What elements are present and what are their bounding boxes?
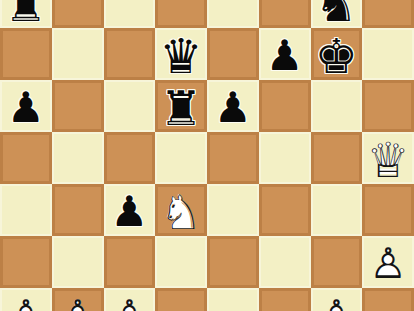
square-b7[interactable] [52,28,104,80]
square-d6[interactable]: ♜ [155,80,207,132]
black-pawn-icon: ♟ [259,30,311,82]
white-pawn-icon: ♙ [104,290,156,311]
square-d3[interactable] [155,236,207,288]
square-h8[interactable] [362,0,414,28]
square-h5[interactable]: ♛♕ [362,132,414,184]
square-g2[interactable]: ♟♙ [311,288,363,311]
square-d7[interactable]: ♛ [155,28,207,80]
square-h6[interactable] [362,80,414,132]
square-h3[interactable]: ♟♙ [362,236,414,288]
square-f7[interactable]: ♟ [259,28,311,80]
square-c3[interactable] [104,236,156,288]
square-g8[interactable]: ♞ [311,0,363,28]
white-knight-icon: ♘ [155,186,207,238]
white-pawn-icon: ♙ [0,290,52,311]
square-c7[interactable] [104,28,156,80]
square-c4[interactable]: ♟ [104,184,156,236]
chess-board: ♜♞♛♟♚♟♜♟♛♕♟♞♘♟♙♟♙♟♙♟♙♟♙ [0,0,414,311]
square-f3[interactable] [259,236,311,288]
square-f2[interactable] [259,288,311,311]
square-c6[interactable] [104,80,156,132]
square-c2[interactable]: ♟♙ [104,288,156,311]
square-b2[interactable]: ♟♙ [52,288,104,311]
square-a5[interactable] [0,132,52,184]
black-rook-icon: ♜ [0,0,52,30]
white-queen-fill: ♛ [362,134,414,186]
chess-board-viewport: ♜♞♛♟♚♟♜♟♛♕♟♞♘♟♙♟♙♟♙♟♙♟♙ [0,0,414,311]
white-pawn-fill: ♟ [311,290,363,311]
square-a6[interactable]: ♟ [0,80,52,132]
square-g3[interactable] [311,236,363,288]
square-a3[interactable] [0,236,52,288]
black-rook-icon: ♜ [155,82,207,134]
black-pawn-icon: ♟ [0,82,52,134]
square-h2[interactable] [362,288,414,311]
square-f4[interactable] [259,184,311,236]
square-b4[interactable] [52,184,104,236]
square-e7[interactable] [207,28,259,80]
white-pawn-fill: ♟ [52,290,104,311]
square-d2[interactable] [155,288,207,311]
white-pawn-icon: ♙ [311,290,363,311]
white-queen-icon: ♕ [362,134,414,186]
black-pawn-icon: ♟ [104,186,156,238]
square-f5[interactable] [259,132,311,184]
square-c8[interactable] [104,0,156,28]
square-a8[interactable]: ♜ [0,0,52,28]
white-pawn-fill: ♟ [0,290,52,311]
square-f8[interactable] [259,0,311,28]
square-e3[interactable] [207,236,259,288]
square-e2[interactable] [207,288,259,311]
white-pawn-icon: ♙ [52,290,104,311]
square-g5[interactable] [311,132,363,184]
square-a2[interactable]: ♟♙ [0,288,52,311]
square-f6[interactable] [259,80,311,132]
square-g4[interactable] [311,184,363,236]
square-g7[interactable]: ♚ [311,28,363,80]
white-pawn-fill: ♟ [104,290,156,311]
square-e6[interactable]: ♟ [207,80,259,132]
square-h7[interactable] [362,28,414,80]
square-a7[interactable] [0,28,52,80]
black-knight-icon: ♞ [311,0,363,30]
black-pawn-icon: ♟ [207,82,259,134]
square-b5[interactable] [52,132,104,184]
white-knight-fill: ♞ [155,186,207,238]
square-c5[interactable] [104,132,156,184]
square-b8[interactable] [52,0,104,28]
square-e4[interactable] [207,184,259,236]
square-b6[interactable] [52,80,104,132]
square-b3[interactable] [52,236,104,288]
square-h4[interactable] [362,184,414,236]
square-a4[interactable] [0,184,52,236]
black-queen-icon: ♛ [155,30,207,82]
white-pawn-fill: ♟ [362,238,414,290]
white-pawn-icon: ♙ [362,238,414,290]
square-d8[interactable] [155,0,207,28]
square-d5[interactable] [155,132,207,184]
square-e8[interactable] [207,0,259,28]
square-g6[interactable] [311,80,363,132]
square-e5[interactable] [207,132,259,184]
black-king-icon: ♚ [311,30,363,82]
square-d4[interactable]: ♞♘ [155,184,207,236]
